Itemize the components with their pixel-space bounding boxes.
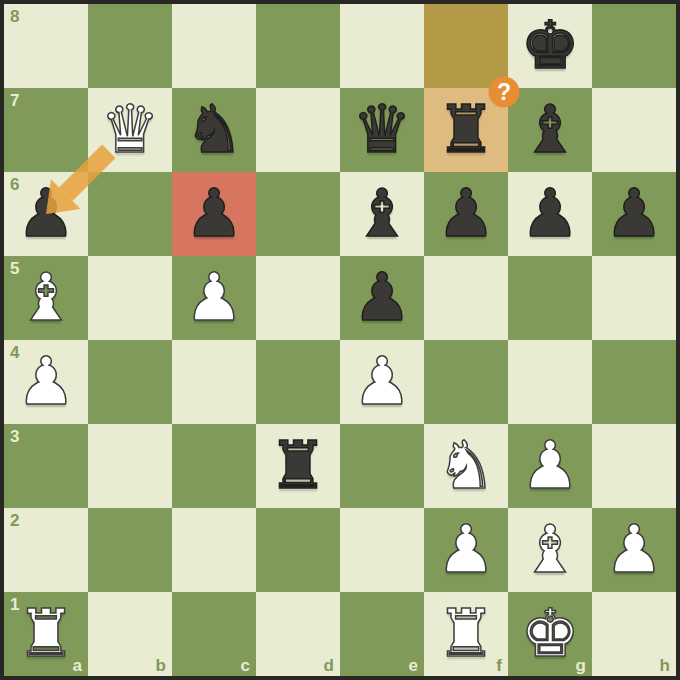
- piece-white-pawn[interactable]: ♟: [508, 424, 592, 508]
- square-h1[interactable]: h: [592, 592, 676, 676]
- square-d3[interactable]: ♜: [256, 424, 340, 508]
- square-a7[interactable]: 7: [4, 88, 88, 172]
- square-f7[interactable]: ♜: [424, 88, 508, 172]
- square-d1[interactable]: d: [256, 592, 340, 676]
- piece-black-pawn[interactable]: ♟: [172, 172, 256, 256]
- square-g6[interactable]: ♟: [508, 172, 592, 256]
- piece-black-bishop[interactable]: ♝: [340, 172, 424, 256]
- square-g5[interactable]: [508, 256, 592, 340]
- square-c5[interactable]: ♟: [172, 256, 256, 340]
- square-e6[interactable]: ♝: [340, 172, 424, 256]
- square-h6[interactable]: ♟: [592, 172, 676, 256]
- square-d8[interactable]: [256, 4, 340, 88]
- piece-white-pawn[interactable]: ♟: [340, 340, 424, 424]
- square-d2[interactable]: [256, 508, 340, 592]
- piece-white-pawn[interactable]: ♟: [4, 340, 88, 424]
- board-squares: 8♚7♛♞♛♜♝6♟♟♝♟♟♟5♝♟♟4♟♟3♜♞♟2♟♝♟1a♜bcdef♜g…: [4, 4, 676, 676]
- square-a6[interactable]: 6♟: [4, 172, 88, 256]
- square-h2[interactable]: ♟: [592, 508, 676, 592]
- piece-white-rook[interactable]: ♜: [424, 592, 508, 676]
- square-d6[interactable]: [256, 172, 340, 256]
- piece-white-bishop[interactable]: ♝: [4, 256, 88, 340]
- rank-label-8: 8: [10, 8, 19, 25]
- piece-white-king[interactable]: ♚: [508, 592, 592, 676]
- square-b1[interactable]: b: [88, 592, 172, 676]
- file-label-c: c: [241, 657, 250, 674]
- piece-white-pawn[interactable]: ♟: [592, 508, 676, 592]
- piece-black-pawn[interactable]: ♟: [508, 172, 592, 256]
- square-e2[interactable]: [340, 508, 424, 592]
- square-h5[interactable]: [592, 256, 676, 340]
- square-f8[interactable]: [424, 4, 508, 88]
- square-a5[interactable]: 5♝: [4, 256, 88, 340]
- square-f6[interactable]: ♟: [424, 172, 508, 256]
- square-f5[interactable]: [424, 256, 508, 340]
- square-a2[interactable]: 2: [4, 508, 88, 592]
- piece-white-bishop[interactable]: ♝: [508, 508, 592, 592]
- square-h8[interactable]: [592, 4, 676, 88]
- chess-board: 8♚7♛♞♛♜♝6♟♟♝♟♟♟5♝♟♟4♟♟3♜♞♟2♟♝♟1a♜bcdef♜g…: [0, 0, 680, 680]
- piece-black-rook[interactable]: ♜: [256, 424, 340, 508]
- square-e7[interactable]: ♛: [340, 88, 424, 172]
- square-c6[interactable]: ♟: [172, 172, 256, 256]
- square-g2[interactable]: ♝: [508, 508, 592, 592]
- piece-black-rook[interactable]: ♜: [424, 88, 508, 172]
- square-c4[interactable]: [172, 340, 256, 424]
- square-c1[interactable]: c: [172, 592, 256, 676]
- square-d4[interactable]: [256, 340, 340, 424]
- square-c8[interactable]: [172, 4, 256, 88]
- square-g4[interactable]: [508, 340, 592, 424]
- square-g1[interactable]: g♚: [508, 592, 592, 676]
- piece-black-knight[interactable]: ♞: [172, 88, 256, 172]
- square-d7[interactable]: [256, 88, 340, 172]
- square-f3[interactable]: ♞: [424, 424, 508, 508]
- piece-white-rook[interactable]: ♜: [4, 592, 88, 676]
- square-b7[interactable]: ♛: [88, 88, 172, 172]
- square-f4[interactable]: [424, 340, 508, 424]
- file-label-e: e: [409, 657, 418, 674]
- square-b8[interactable]: [88, 4, 172, 88]
- square-b4[interactable]: [88, 340, 172, 424]
- piece-black-pawn[interactable]: ♟: [4, 172, 88, 256]
- square-b5[interactable]: [88, 256, 172, 340]
- square-b6[interactable]: [88, 172, 172, 256]
- piece-black-pawn[interactable]: ♟: [424, 172, 508, 256]
- piece-black-pawn[interactable]: ♟: [592, 172, 676, 256]
- square-e8[interactable]: [340, 4, 424, 88]
- square-c7[interactable]: ♞: [172, 88, 256, 172]
- square-e1[interactable]: e: [340, 592, 424, 676]
- square-g7[interactable]: ♝: [508, 88, 592, 172]
- piece-black-bishop[interactable]: ♝: [508, 88, 592, 172]
- square-e5[interactable]: ♟: [340, 256, 424, 340]
- square-h3[interactable]: [592, 424, 676, 508]
- square-a3[interactable]: 3: [4, 424, 88, 508]
- piece-black-queen[interactable]: ♛: [340, 88, 424, 172]
- square-f1[interactable]: f♜: [424, 592, 508, 676]
- square-e3[interactable]: [340, 424, 424, 508]
- square-f2[interactable]: ♟: [424, 508, 508, 592]
- rank-label-7: 7: [10, 92, 19, 109]
- square-a1[interactable]: 1a♜: [4, 592, 88, 676]
- file-label-d: d: [324, 657, 334, 674]
- square-d5[interactable]: [256, 256, 340, 340]
- square-b2[interactable]: [88, 508, 172, 592]
- piece-black-king[interactable]: ♚: [508, 4, 592, 88]
- square-g8[interactable]: ♚: [508, 4, 592, 88]
- square-h4[interactable]: [592, 340, 676, 424]
- square-b3[interactable]: [88, 424, 172, 508]
- piece-white-pawn[interactable]: ♟: [172, 256, 256, 340]
- square-g3[interactable]: ♟: [508, 424, 592, 508]
- square-e4[interactable]: ♟: [340, 340, 424, 424]
- square-a4[interactable]: 4♟: [4, 340, 88, 424]
- square-c3[interactable]: [172, 424, 256, 508]
- piece-white-knight[interactable]: ♞: [424, 424, 508, 508]
- piece-white-queen[interactable]: ♛: [88, 88, 172, 172]
- piece-white-pawn[interactable]: ♟: [424, 508, 508, 592]
- piece-black-pawn[interactable]: ♟: [340, 256, 424, 340]
- square-a8[interactable]: 8: [4, 4, 88, 88]
- square-c2[interactable]: [172, 508, 256, 592]
- file-label-h: h: [660, 657, 670, 674]
- rank-label-2: 2: [10, 512, 19, 529]
- square-h7[interactable]: [592, 88, 676, 172]
- rank-label-3: 3: [10, 428, 19, 445]
- file-label-b: b: [156, 657, 166, 674]
